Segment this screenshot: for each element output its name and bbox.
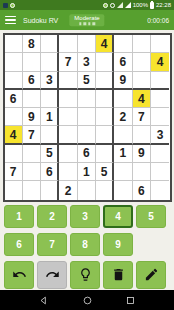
cell-r2c4[interactable]: 7	[59, 53, 77, 71]
cell-r2c6[interactable]	[96, 53, 114, 71]
cell-r1c6[interactable]: 4	[96, 35, 114, 53]
cell-r7c8[interactable]: 9	[133, 145, 151, 163]
numpad-button-3[interactable]: 3	[70, 205, 100, 228]
difficulty-dot	[79, 22, 82, 25]
cell-r1c9[interactable]	[151, 35, 169, 53]
cell-r9c5[interactable]	[78, 181, 96, 199]
number-pad-row: 12345	[4, 205, 174, 228]
cell-r3c3[interactable]: 3	[41, 72, 59, 90]
cell-r2c1[interactable]	[5, 53, 23, 71]
cell-r1c1[interactable]	[5, 35, 23, 53]
battery-icon	[150, 2, 154, 9]
cell-r1c8[interactable]	[133, 35, 151, 53]
delete-button[interactable]	[103, 261, 133, 289]
cell-r4c6[interactable]	[96, 90, 114, 108]
undo-button[interactable]	[4, 261, 34, 289]
numpad-button-4[interactable]: 4	[103, 205, 133, 228]
status-bar: 100% 22:28	[0, 0, 174, 10]
cell-r7c7[interactable]: 1	[114, 145, 132, 163]
difficulty-dot	[92, 22, 95, 25]
redo-icon	[45, 267, 60, 282]
cell-r5c5[interactable]	[78, 108, 96, 126]
alarm-icon	[110, 3, 115, 8]
cell-r2c2[interactable]	[23, 53, 41, 71]
cell-r3c5[interactable]: 5	[78, 72, 96, 90]
cell-r5c7[interactable]: 2	[114, 108, 132, 126]
cell-r6c8[interactable]	[133, 126, 151, 144]
cell-r5c1[interactable]	[5, 108, 23, 126]
number-pad-row: 6789	[4, 233, 174, 256]
cell-r1c7[interactable]	[114, 35, 132, 53]
cell-r3c8[interactable]	[133, 72, 151, 90]
cell-r6c7[interactable]	[114, 126, 132, 144]
notes-button[interactable]	[136, 261, 166, 289]
cell-r4c2[interactable]	[23, 90, 41, 108]
cell-r5c4[interactable]	[59, 108, 77, 126]
cell-r4c7[interactable]	[114, 90, 132, 108]
cell-r8c8[interactable]	[133, 163, 151, 181]
redo-button[interactable]	[37, 261, 67, 289]
cell-r2c7[interactable]: 6	[114, 53, 132, 71]
wifi-icon	[117, 2, 123, 8]
sudoku-board: 84736463596491274735619761526	[3, 33, 172, 202]
cell-r5c8[interactable]: 7	[133, 108, 151, 126]
app-bar: Sudoku RV Moderate 0:00:06	[0, 10, 174, 30]
cell-r8c9[interactable]	[151, 163, 169, 181]
recents-button[interactable]	[125, 295, 136, 306]
difficulty-dot	[83, 22, 86, 25]
cell-r8c2[interactable]	[23, 163, 41, 181]
cell-r7c1[interactable]	[5, 145, 23, 163]
cell-r6c4[interactable]	[59, 126, 77, 144]
numpad-button-8[interactable]: 8	[70, 233, 100, 256]
cell-r4c9[interactable]	[151, 90, 169, 108]
cell-r4c1[interactable]: 6	[5, 90, 23, 108]
cell-r7c4[interactable]	[59, 145, 77, 163]
toolbar	[0, 261, 174, 289]
cell-r7c3[interactable]: 5	[41, 145, 59, 163]
cell-r4c8[interactable]: 4	[133, 90, 151, 108]
status-time: 22:28	[156, 0, 171, 10]
cell-r3c6[interactable]	[96, 72, 114, 90]
cell-r6c9[interactable]: 3	[151, 126, 169, 144]
cell-r9c8[interactable]: 6	[133, 181, 151, 199]
battery-percent: 100%	[133, 0, 148, 10]
notification-icon	[3, 3, 8, 8]
cell-r6c3[interactable]	[41, 126, 59, 144]
android-nav-bar	[0, 290, 174, 310]
cell-r7c2[interactable]	[23, 145, 41, 163]
cell-r3c1[interactable]	[5, 72, 23, 90]
cell-r1c5[interactable]	[78, 35, 96, 53]
cell-r7c9[interactable]	[151, 145, 169, 163]
cell-r3c9[interactable]	[151, 72, 169, 90]
numpad-button-5[interactable]: 5	[136, 205, 166, 228]
cell-r5c6[interactable]	[96, 108, 114, 126]
hint-button[interactable]	[70, 261, 100, 289]
cell-r6c1[interactable]: 4	[5, 126, 23, 144]
cell-r9c6[interactable]	[96, 181, 114, 199]
game-timer: 0:00:06	[147, 17, 169, 24]
numpad-button-9[interactable]: 9	[103, 233, 133, 256]
cell-r8c3[interactable]: 6	[41, 163, 59, 181]
cell-r8c6[interactable]: 5	[96, 163, 114, 181]
cell-r9c7[interactable]	[114, 181, 132, 199]
cell-r9c1[interactable]	[5, 181, 23, 199]
cell-r6c2[interactable]: 7	[23, 126, 41, 144]
undo-icon	[12, 267, 27, 282]
cell-r4c3[interactable]	[41, 90, 59, 108]
cell-r9c4[interactable]: 2	[59, 181, 77, 199]
cell-r9c9[interactable]	[151, 181, 169, 199]
cell-r8c1[interactable]: 7	[5, 163, 23, 181]
cell-r9c3[interactable]	[41, 181, 59, 199]
cell-r3c4[interactable]	[59, 72, 77, 90]
cell-r5c2[interactable]: 9	[23, 108, 41, 126]
back-button[interactable]	[38, 295, 49, 306]
numpad-button-1[interactable]: 1	[4, 205, 34, 228]
notification-icon-2	[10, 3, 15, 8]
cell-r2c3[interactable]	[41, 53, 59, 71]
cell-r2c9[interactable]: 4	[151, 53, 169, 71]
numpad-button-7[interactable]: 7	[37, 233, 67, 256]
cell-r8c4[interactable]	[59, 163, 77, 181]
cell-r1c4[interactable]	[59, 35, 77, 53]
cell-r8c7[interactable]	[114, 163, 132, 181]
cell-r7c5[interactable]: 6	[78, 145, 96, 163]
cell-r5c9[interactable]	[151, 108, 169, 126]
cell-r4c5[interactable]	[78, 90, 96, 108]
cell-r2c8[interactable]	[133, 53, 151, 71]
cell-r6c5[interactable]	[78, 126, 96, 144]
menu-icon[interactable]	[5, 16, 16, 25]
cell-r8c5[interactable]: 1	[78, 163, 96, 181]
number-pad: 12345 6789	[0, 202, 174, 256]
trash-icon	[111, 267, 126, 282]
cell-r1c2[interactable]: 8	[23, 35, 41, 53]
home-button[interactable]	[82, 295, 93, 306]
cell-r5c3[interactable]: 1	[41, 108, 59, 126]
difficulty-label: Moderate	[74, 15, 99, 21]
cell-r6c6[interactable]	[96, 126, 114, 144]
numpad-button-2[interactable]: 2	[37, 205, 67, 228]
data-saver-icon	[103, 3, 108, 8]
cell-r9c2[interactable]	[23, 181, 41, 199]
cell-r3c2[interactable]: 6	[23, 72, 41, 90]
difficulty-dot	[88, 22, 91, 25]
signal-icon	[125, 2, 131, 8]
cell-r2c5[interactable]: 3	[78, 53, 96, 71]
pencil-icon	[144, 267, 159, 282]
cell-r1c3[interactable]	[41, 35, 59, 53]
lightbulb-icon	[78, 267, 93, 282]
cell-r3c7[interactable]: 9	[114, 72, 132, 90]
app-title: Sudoku RV	[23, 17, 58, 24]
difficulty-dots	[79, 22, 95, 25]
numpad-button-6[interactable]: 6	[4, 233, 34, 256]
cell-r7c6[interactable]	[96, 145, 114, 163]
difficulty-chip[interactable]: Moderate	[69, 14, 104, 26]
cell-r4c4[interactable]	[59, 90, 77, 108]
